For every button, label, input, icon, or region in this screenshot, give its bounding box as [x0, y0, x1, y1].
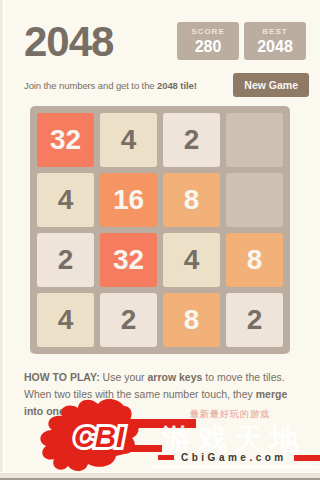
tile-4: 4: [100, 113, 157, 167]
best-value: 2048: [252, 38, 298, 56]
watermark-site-row: CbiGame.com: [158, 452, 320, 463]
intro-text: Join the numbers and get to the 2048 til…: [24, 80, 197, 91]
tile-8: 8: [226, 233, 283, 287]
tile-32: 32: [100, 233, 157, 287]
board[interactable]: 32424168232484282: [30, 106, 290, 354]
tile-2: 2: [37, 233, 94, 287]
watermark-brand-cn: 游戏天地: [162, 420, 306, 460]
tile-4: 4: [37, 293, 94, 347]
intro-text-normal: Join the numbers and get to the: [24, 80, 157, 91]
watermark-underline: [150, 466, 318, 468]
new-game-button[interactable]: New Game: [233, 73, 309, 97]
score-box: SCORE 280: [177, 22, 239, 60]
empty-cell: [226, 173, 283, 227]
intro-row: Join the numbers and get to the 2048 til…: [24, 73, 309, 97]
tile-4: 4: [163, 233, 220, 287]
tile-8: 8: [163, 173, 220, 227]
game-title: 2048: [24, 22, 113, 62]
screen-bottom-edge: [0, 472, 320, 480]
tile-8: 8: [163, 293, 220, 347]
watermark-right-bar: [294, 455, 320, 461]
tile-2: 2: [226, 293, 283, 347]
tile-4: 4: [37, 173, 94, 227]
score-label: SCORE: [185, 27, 231, 36]
best-box: BEST 2048: [244, 22, 306, 60]
best-label: BEST: [252, 27, 298, 36]
score-value: 280: [185, 38, 231, 56]
empty-cell: [226, 113, 283, 167]
cbi-logo-text: CBI: [74, 421, 125, 453]
tile-2: 2: [100, 293, 157, 347]
howto-seg1: Use your: [100, 371, 148, 383]
tile-2: 2: [163, 113, 220, 167]
tile-16: 16: [100, 173, 157, 227]
how-to-play: HOW TO PLAY: Use your arrow keys to move…: [24, 369, 296, 420]
watermark-site-url: CbiGame.com: [181, 452, 287, 463]
intro-text-bold: 2048 tile!: [157, 80, 197, 91]
header: 2048 SCORE 280 BEST 2048: [24, 22, 306, 62]
watermark-left-bar: [158, 455, 174, 460]
score-panel: SCORE 280 BEST 2048: [177, 22, 306, 60]
tile-32: 32: [37, 113, 94, 167]
howto-label: HOW TO PLAY:: [24, 371, 100, 383]
screen-left-edge: [0, 0, 5, 480]
howto-bold-arrow-keys: arrow keys: [148, 371, 203, 383]
